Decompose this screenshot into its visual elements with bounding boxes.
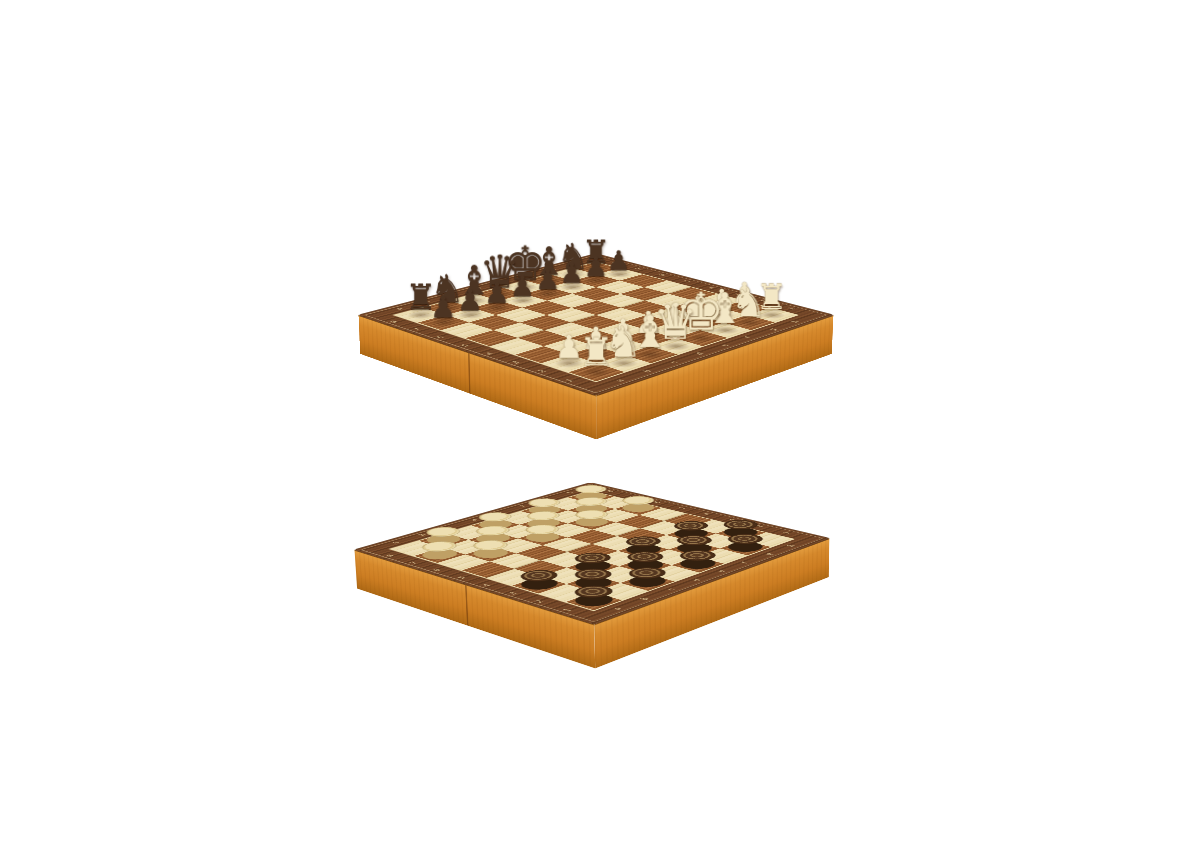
checker-light-a7 [414, 548, 465, 563]
checkers-coord-file-bottom-a: a [612, 607, 624, 611]
checker-dark-c1 [620, 574, 674, 591]
checkers-coord-rank-right-2: 2 [755, 525, 765, 528]
checker-light-b6 [465, 546, 516, 561]
checkers-coord-rank-left-2: 2 [534, 600, 545, 604]
chess-piece-black-pawn-a7: ♟ [418, 315, 469, 330]
checkers-coord-file-top-h: h [566, 491, 575, 493]
chess-coord-rank-right-1: 1 [786, 307, 797, 310]
checkers-coord-file-bottom-b: b [639, 597, 651, 601]
checker-dark-g1 [719, 540, 770, 555]
black-pawn-glyph: ♟ [510, 272, 535, 300]
checkers-coord-file-bottom-c: c [666, 588, 677, 591]
checker-light-f6 [567, 516, 615, 530]
chess-coord-rank-right-7: 7 [634, 268, 644, 271]
chess-coord-rank-left-8: 8 [389, 320, 399, 323]
black-pawn-glyph: ♟ [430, 293, 456, 322]
chess-coord-file-top-a: a [395, 307, 405, 310]
checkers-coord-rank-right-5: 5 [677, 507, 687, 510]
checkers-coord-rank-left-8: 8 [385, 554, 395, 557]
checker-dark-a1 [566, 592, 622, 610]
black-pawn-glyph: ♟ [560, 260, 585, 287]
checkers-coord-file-bottom-f: f [740, 562, 749, 565]
checkers-coord-rank-right-6: 6 [653, 501, 663, 504]
black-pawn-glyph: ♟ [607, 248, 631, 275]
checkers-coord-rank-right-4: 4 [702, 513, 712, 516]
checkers-coord-rank-right-8: 8 [606, 490, 615, 492]
checkers-coord-rank-left-7: 7 [408, 561, 418, 564]
checkers-coord-rank-left-5: 5 [456, 576, 467, 579]
chess-coord-rank-right-6: 6 [658, 274, 668, 277]
checkers-coord-file-top-a: a [391, 541, 401, 544]
checkers-coord-rank-right-1: 1 [782, 531, 793, 534]
checkers-board: 88aa77bb66cc55dd44ee33ff22gg11hh [353, 482, 831, 625]
checker-light-h6 [615, 502, 662, 515]
checkers-coord-rank-left-3: 3 [507, 592, 518, 596]
black-pawn-glyph: ♟ [535, 266, 560, 294]
checker-light-d6 [518, 531, 567, 545]
chess-coord-rank-left-7: 7 [412, 328, 422, 331]
checkers-coord-file-bottom-d: d [691, 578, 702, 581]
checkers-coord-file-top-d: d [470, 519, 480, 522]
black-pawn-glyph: ♟ [457, 286, 483, 315]
checkers-coord-rank-left-1: 1 [562, 608, 574, 612]
checkers-coord-rank-left-6: 6 [432, 569, 443, 572]
checkers-coord-file-top-f: f [519, 505, 527, 507]
checker-dark-e1 [671, 557, 723, 573]
checkers-coord-file-top-b: b [418, 533, 428, 536]
checkers-coord-file-bottom-e: e [716, 570, 727, 573]
black-pawn-glyph: ♟ [584, 254, 608, 281]
checkers-board-scene: 88aa77bb66cc55dd44ee33ff22gg11hh [286, 321, 896, 766]
checker-dark-a3 [512, 576, 566, 593]
black-pawn-glyph: ♟ [484, 279, 510, 308]
checkers-coord-file-bottom-h: h [786, 544, 797, 547]
checkers-coord-rank-left-4: 4 [481, 584, 492, 587]
checkers-coord-file-bottom-g: g [764, 552, 775, 555]
